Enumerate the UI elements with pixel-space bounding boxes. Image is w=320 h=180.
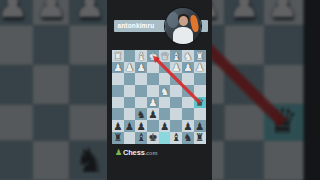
black-pawn[interactable]: ♟: [160, 120, 169, 130]
square-d3[interactable]: [159, 73, 171, 85]
square-f1[interactable]: ♝: [135, 50, 147, 62]
black-king[interactable]: ♚: [148, 132, 157, 142]
square-f4[interactable]: [135, 85, 147, 97]
black-rook[interactable]: ♜: [195, 132, 204, 142]
white-pawn[interactable]: ♟: [137, 62, 146, 72]
white-king[interactable]: ♚: [148, 50, 157, 60]
chesscom-logo-suffix: .com: [145, 150, 158, 156]
square-e5[interactable]: ♟: [147, 97, 159, 109]
square-c5[interactable]: [170, 97, 182, 109]
white-pawn[interactable]: ♟: [125, 62, 134, 72]
white-pawn[interactable]: ♟: [172, 62, 181, 72]
square-c2[interactable]: ♟: [170, 62, 182, 74]
avatar-photo-shape: [173, 27, 193, 44]
white-pawn[interactable]: ♟: [148, 97, 157, 107]
chess-board[interactable]: ♜♝♚♛♝♞♜♟♟♟♟♟♟♞♟♛♞♟♟♟♟♟♟♟♜♝♚♝♞♜: [112, 50, 206, 144]
video-frame: ♜♝♚♛♝♞♜♟♟♟♟♟♟♞♟♛♞♟♟♟♟♟♟♟♜♝♚♝♞♜ antonkimr…: [0, 0, 320, 180]
square-e1[interactable]: ♚: [147, 50, 159, 62]
white-bishop[interactable]: ♝: [137, 50, 146, 60]
square-b7[interactable]: ♟: [182, 120, 194, 132]
square-d5[interactable]: [159, 97, 171, 109]
square-g2[interactable]: ♟: [124, 62, 136, 74]
square-g5[interactable]: [124, 97, 136, 109]
white-rook[interactable]: ♜: [113, 50, 122, 60]
square-d7[interactable]: ♟: [159, 120, 171, 132]
black-bishop[interactable]: ♝: [172, 132, 181, 142]
square-a8[interactable]: ♜: [194, 132, 206, 144]
square-h5[interactable]: [112, 97, 124, 109]
square-b5[interactable]: [182, 97, 194, 109]
square-e2[interactable]: [147, 62, 159, 74]
content-panel: antonkimru ♜♝♚♛♝♞♜♟♟♟♟♟♟♞♟♛♞♟♟♟♟♟♟♟♜♝♚♝♞…: [107, 0, 212, 180]
white-knight[interactable]: ♞: [160, 85, 169, 95]
square-d4[interactable]: ♞: [159, 85, 171, 97]
white-pawn[interactable]: ♟: [183, 62, 192, 72]
black-pawn[interactable]: ♟: [137, 120, 146, 130]
square-g7[interactable]: ♟: [124, 120, 136, 132]
square-a2[interactable]: ♟: [194, 62, 206, 74]
square-f2[interactable]: ♟: [135, 62, 147, 74]
square-c7[interactable]: [170, 120, 182, 132]
square-e4[interactable]: [147, 85, 159, 97]
white-queen[interactable]: ♛: [160, 50, 169, 60]
white-pawn[interactable]: ♟: [195, 62, 204, 72]
square-c1[interactable]: ♝: [170, 50, 182, 62]
square-a5[interactable]: ♛: [194, 97, 206, 109]
black-knight[interactable]: ♞: [137, 109, 146, 119]
square-h1[interactable]: ♜: [112, 50, 124, 62]
player-username: antonkimru: [114, 22, 154, 29]
avatar-photo-shape: [179, 16, 188, 26]
square-e8[interactable]: ♚: [147, 132, 159, 144]
square-e3[interactable]: [147, 73, 159, 85]
square-f3[interactable]: [135, 73, 147, 85]
square-d6[interactable]: [159, 108, 171, 120]
black-pawn[interactable]: ♟: [183, 120, 192, 130]
square-g6[interactable]: [124, 108, 136, 120]
square-c3[interactable]: [170, 73, 182, 85]
square-e6[interactable]: ♟: [147, 108, 159, 120]
square-h8[interactable]: ♜: [112, 132, 124, 144]
white-rook[interactable]: ♜: [195, 50, 204, 60]
black-pawn[interactable]: ♟: [195, 120, 204, 130]
square-d1[interactable]: ♛: [159, 50, 171, 62]
square-b2[interactable]: ♟: [182, 62, 194, 74]
black-queen[interactable]: ♛: [195, 97, 204, 107]
black-pawn[interactable]: ♟: [148, 109, 157, 119]
square-g3[interactable]: [124, 73, 136, 85]
square-c4[interactable]: [170, 85, 182, 97]
square-b4[interactable]: [182, 85, 194, 97]
square-h3[interactable]: [112, 73, 124, 85]
square-e7[interactable]: [147, 120, 159, 132]
square-a4[interactable]: [194, 85, 206, 97]
square-a6[interactable]: [194, 108, 206, 120]
white-knight[interactable]: ♞: [183, 50, 192, 60]
chesscom-logo: ♟ Chess .com: [115, 148, 157, 157]
square-h7[interactable]: ♟: [112, 120, 124, 132]
square-b6[interactable]: [182, 108, 194, 120]
square-c8[interactable]: ♝: [170, 132, 182, 144]
square-g4[interactable]: [124, 85, 136, 97]
square-h2[interactable]: ♟: [112, 62, 124, 74]
chesscom-pawn-icon: ♟: [115, 148, 122, 157]
square-h4[interactable]: [112, 85, 124, 97]
square-g8[interactable]: [124, 132, 136, 144]
square-c6[interactable]: [170, 108, 182, 120]
player-avatar[interactable]: [165, 8, 201, 44]
square-g1[interactable]: [124, 50, 136, 62]
square-b8[interactable]: ♞: [182, 132, 194, 144]
square-a7[interactable]: ♟: [194, 120, 206, 132]
black-pawn[interactable]: ♟: [125, 120, 134, 130]
white-bishop[interactable]: ♝: [172, 50, 181, 60]
chesscom-logo-text: Chess: [123, 148, 145, 157]
black-bishop[interactable]: ♝: [137, 132, 146, 142]
square-f8[interactable]: ♝: [135, 132, 147, 144]
white-pawn[interactable]: ♟: [113, 62, 122, 72]
black-rook[interactable]: ♜: [113, 132, 122, 142]
black-pawn[interactable]: ♟: [113, 120, 122, 130]
black-knight[interactable]: ♞: [183, 132, 192, 142]
square-b1[interactable]: ♞: [182, 50, 194, 62]
square-f5[interactable]: [135, 97, 147, 109]
square-h6[interactable]: [112, 108, 124, 120]
square-b3[interactable]: [182, 73, 194, 85]
square-a3[interactable]: [194, 73, 206, 85]
square-d8[interactable]: [159, 132, 171, 144]
square-f7[interactable]: ♟: [135, 120, 147, 132]
square-d2[interactable]: [159, 62, 171, 74]
square-f6[interactable]: ♞: [135, 108, 147, 120]
avatar-photo-shape: [167, 12, 179, 28]
square-a1[interactable]: ♜: [194, 50, 206, 62]
